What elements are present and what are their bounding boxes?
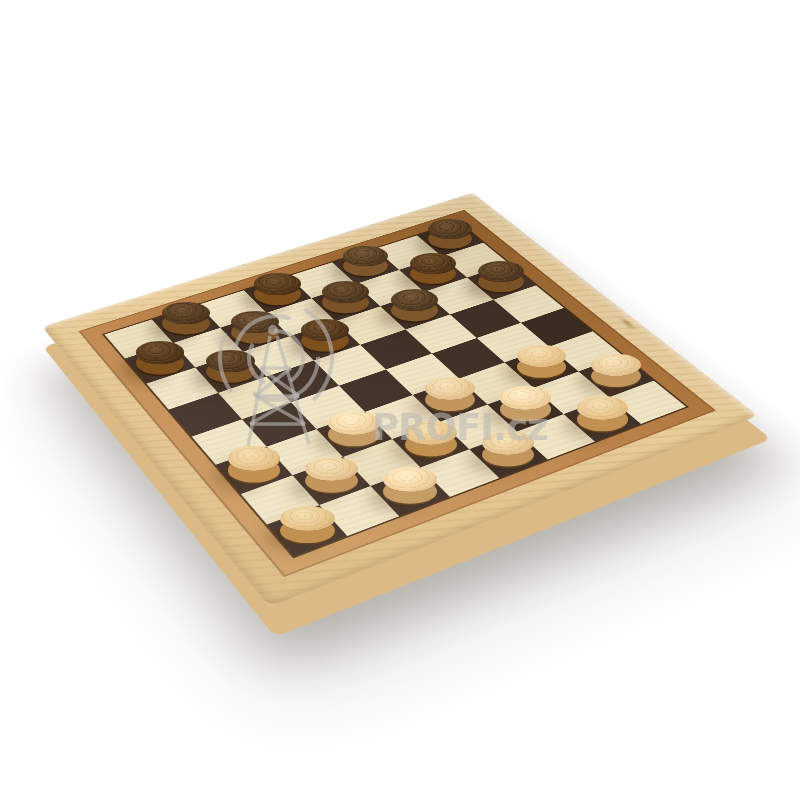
checker-piece-dark[interactable] xyxy=(231,311,279,333)
checker-piece-dark[interactable] xyxy=(162,302,209,324)
checker-piece-light[interactable] xyxy=(305,457,358,482)
checker-piece-dark[interactable] xyxy=(254,273,300,294)
checker-piece-light[interactable] xyxy=(500,386,551,409)
wood-knot xyxy=(615,315,640,331)
checker-piece-light[interactable] xyxy=(482,431,534,455)
checker-piece-light[interactable] xyxy=(577,396,628,420)
checker-piece-light[interactable] xyxy=(228,446,281,470)
checker-piece-dark[interactable] xyxy=(322,281,369,303)
checker-piece-dark[interactable] xyxy=(136,341,185,364)
product-photo-scene: PROFI.cz xyxy=(0,0,800,800)
checker-piece-dark[interactable] xyxy=(410,253,456,274)
checker-piece-light[interactable] xyxy=(280,506,335,531)
checker-piece-light[interactable] xyxy=(405,421,457,445)
checker-piece-dark[interactable] xyxy=(301,319,349,341)
checker-piece-dark[interactable] xyxy=(391,289,438,311)
checkers-board xyxy=(104,222,686,556)
checker-piece-dark[interactable] xyxy=(478,261,524,282)
checker-piece-light[interactable] xyxy=(383,467,437,492)
checker-piece-light[interactable] xyxy=(328,411,380,435)
